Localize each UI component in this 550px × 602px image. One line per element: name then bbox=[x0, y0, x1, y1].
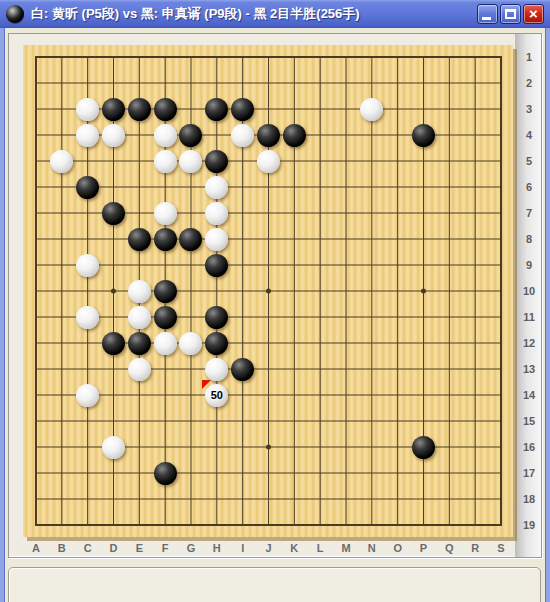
stone-black bbox=[205, 150, 228, 173]
row-label-13: 13 bbox=[517, 363, 541, 375]
row-label-2: 2 bbox=[517, 77, 541, 89]
stone-white bbox=[76, 306, 99, 329]
stone-white bbox=[257, 150, 280, 173]
stone-black bbox=[205, 306, 228, 329]
window-border-right bbox=[545, 28, 550, 602]
column-label-P: P bbox=[414, 542, 432, 554]
row-label-10: 10 bbox=[517, 285, 541, 297]
stone-black bbox=[205, 98, 228, 121]
titlebar[interactable]: 白: 黄昕 (P5段) vs 黑: 申真谞 (P9段) - 黑 2目半胜(256… bbox=[0, 0, 550, 28]
board-grid bbox=[23, 45, 513, 537]
stone-white bbox=[76, 384, 99, 407]
stone-black bbox=[179, 228, 202, 251]
stone-white bbox=[128, 358, 151, 381]
column-label-K: K bbox=[285, 542, 303, 554]
stone-black bbox=[231, 98, 254, 121]
column-label-R: R bbox=[466, 542, 484, 554]
stone-black bbox=[257, 124, 280, 147]
maximize-icon bbox=[505, 9, 516, 19]
column-label-F: F bbox=[156, 542, 174, 554]
row-label-12: 12 bbox=[517, 337, 541, 349]
column-label-A: A bbox=[27, 542, 45, 554]
app-window: 白: 黄昕 (P5段) vs 黑: 申真谞 (P9段) - 黑 2目半胜(256… bbox=[0, 0, 550, 602]
maximize-button[interactable] bbox=[500, 4, 521, 24]
app-icon bbox=[6, 5, 24, 23]
stone-black bbox=[205, 254, 228, 277]
stone-black bbox=[154, 228, 177, 251]
close-button[interactable]: × bbox=[523, 4, 544, 24]
stone-white bbox=[128, 306, 151, 329]
stone-black bbox=[205, 332, 228, 355]
row-label-5: 5 bbox=[517, 155, 541, 167]
row-label-8: 8 bbox=[517, 233, 541, 245]
stone-black bbox=[283, 124, 306, 147]
stone-black bbox=[412, 124, 435, 147]
board-panel: 50 ABCDEFGHIJKLMNOPQRS 12345678910111213… bbox=[8, 33, 542, 558]
stone-white bbox=[154, 202, 177, 225]
stone-white bbox=[205, 358, 228, 381]
minimize-icon bbox=[482, 17, 491, 20]
row-label-7: 7 bbox=[517, 207, 541, 219]
window-border-left bbox=[0, 28, 5, 602]
column-label-Q: Q bbox=[440, 542, 458, 554]
column-label-O: O bbox=[389, 542, 407, 554]
close-icon: × bbox=[524, 5, 543, 23]
stone-white bbox=[154, 150, 177, 173]
row-label-16: 16 bbox=[517, 441, 541, 453]
stone-white bbox=[179, 332, 202, 355]
column-label-N: N bbox=[363, 542, 381, 554]
stone-black bbox=[154, 280, 177, 303]
stone-white bbox=[205, 176, 228, 199]
row-label-14: 14 bbox=[517, 389, 541, 401]
stone-black bbox=[154, 462, 177, 485]
row-label-9: 9 bbox=[517, 259, 541, 271]
stone-black bbox=[179, 124, 202, 147]
column-label-I: I bbox=[234, 542, 252, 554]
row-label-4: 4 bbox=[517, 129, 541, 141]
stone-black bbox=[412, 436, 435, 459]
row-label-17: 17 bbox=[517, 467, 541, 479]
column-label-D: D bbox=[104, 542, 122, 554]
row-label-18: 18 bbox=[517, 493, 541, 505]
column-label-H: H bbox=[208, 542, 226, 554]
stone-black bbox=[128, 332, 151, 355]
stone-white bbox=[154, 124, 177, 147]
stone-white bbox=[76, 254, 99, 277]
stone-black bbox=[231, 358, 254, 381]
row-label-6: 6 bbox=[517, 181, 541, 193]
stone-black bbox=[102, 98, 125, 121]
row-label-3: 3 bbox=[517, 103, 541, 115]
stone-black bbox=[128, 98, 151, 121]
column-label-B: B bbox=[53, 542, 71, 554]
minimize-button[interactable] bbox=[477, 4, 498, 24]
stone-black bbox=[128, 228, 151, 251]
stone-white bbox=[102, 124, 125, 147]
stone-white bbox=[76, 124, 99, 147]
stone-white bbox=[50, 150, 73, 173]
stone-white bbox=[205, 228, 228, 251]
stone-black bbox=[102, 202, 125, 225]
stone-white bbox=[360, 98, 383, 121]
column-label-G: G bbox=[182, 542, 200, 554]
stone-white bbox=[102, 436, 125, 459]
control-bar: |◀ ◀5 ◀ ▶ 5▶ ▶| go 0.5秒 ▼ 保存^ 打印^ 形势 AI bbox=[8, 567, 541, 602]
row-label-15: 15 bbox=[517, 415, 541, 427]
column-label-M: M bbox=[337, 542, 355, 554]
stone-current-move: 50 bbox=[205, 384, 228, 407]
stone-black bbox=[154, 306, 177, 329]
column-label-S: S bbox=[492, 542, 510, 554]
stone-white bbox=[179, 150, 202, 173]
column-label-C: C bbox=[79, 542, 97, 554]
stone-white bbox=[205, 202, 228, 225]
current-move-number: 50 bbox=[205, 384, 228, 407]
column-label-E: E bbox=[130, 542, 148, 554]
window-title: 白: 黄昕 (P5段) vs 黑: 申真谞 (P9段) - 黑 2目半胜(256… bbox=[31, 5, 475, 23]
stone-black bbox=[102, 332, 125, 355]
stone-white bbox=[231, 124, 254, 147]
go-board[interactable]: 50 bbox=[23, 45, 513, 537]
row-label-19: 19 bbox=[517, 519, 541, 531]
stone-black bbox=[76, 176, 99, 199]
row-label-11: 11 bbox=[517, 311, 541, 323]
stone-white bbox=[154, 332, 177, 355]
row-label-1: 1 bbox=[517, 51, 541, 63]
column-label-J: J bbox=[259, 542, 277, 554]
stone-white bbox=[76, 98, 99, 121]
stone-white bbox=[128, 280, 151, 303]
stone-black bbox=[154, 98, 177, 121]
column-label-L: L bbox=[311, 542, 329, 554]
